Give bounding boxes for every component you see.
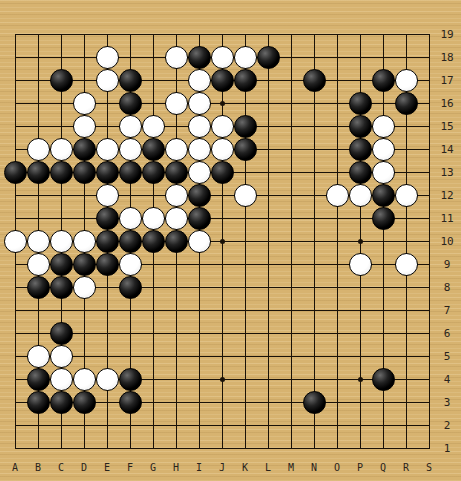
intersection-B12[interactable] (27, 184, 50, 207)
intersection-D1[interactable] (73, 437, 96, 460)
intersection-Q3[interactable] (372, 391, 395, 414)
intersection-D17[interactable] (73, 69, 96, 92)
intersection-B7[interactable] (27, 299, 50, 322)
intersection-M17[interactable] (280, 69, 303, 92)
intersection-G5[interactable] (142, 345, 165, 368)
intersection-C15[interactable] (50, 115, 73, 138)
intersection-N4[interactable] (303, 368, 326, 391)
intersection-D6[interactable] (73, 322, 96, 345)
intersection-K14[interactable] (234, 138, 257, 161)
intersection-P13[interactable] (349, 161, 372, 184)
intersection-M10[interactable] (280, 230, 303, 253)
intersection-N17[interactable] (303, 69, 326, 92)
intersection-D18[interactable] (73, 46, 96, 69)
intersection-A18[interactable] (4, 46, 27, 69)
intersection-F9[interactable] (119, 253, 142, 276)
intersection-A15[interactable] (4, 115, 27, 138)
intersection-J4[interactable] (211, 368, 234, 391)
intersection-M14[interactable] (280, 138, 303, 161)
intersection-C10[interactable] (50, 230, 73, 253)
intersection-B10[interactable] (27, 230, 50, 253)
intersection-F7[interactable] (119, 299, 142, 322)
intersection-C14[interactable] (50, 138, 73, 161)
intersection-E11[interactable] (96, 207, 119, 230)
intersection-A7[interactable] (4, 299, 27, 322)
intersection-N3[interactable] (303, 391, 326, 414)
intersection-M8[interactable] (280, 276, 303, 299)
intersection-P15[interactable] (349, 115, 372, 138)
intersection-L12[interactable] (257, 184, 280, 207)
intersection-E14[interactable] (96, 138, 119, 161)
intersection-D5[interactable] (73, 345, 96, 368)
intersection-G10[interactable] (142, 230, 165, 253)
intersection-A10[interactable] (4, 230, 27, 253)
intersection-O16[interactable] (326, 92, 349, 115)
intersection-G11[interactable] (142, 207, 165, 230)
intersection-R3[interactable] (395, 391, 418, 414)
intersection-I18[interactable] (188, 46, 211, 69)
intersection-H9[interactable] (165, 253, 188, 276)
intersection-F6[interactable] (119, 322, 142, 345)
intersection-C13[interactable] (50, 161, 73, 184)
intersection-C16[interactable] (50, 92, 73, 115)
intersection-P8[interactable] (349, 276, 372, 299)
intersection-A14[interactable] (4, 138, 27, 161)
intersection-L2[interactable] (257, 414, 280, 437)
intersection-O2[interactable] (326, 414, 349, 437)
intersection-L6[interactable] (257, 322, 280, 345)
intersection-E5[interactable] (96, 345, 119, 368)
intersection-G3[interactable] (142, 391, 165, 414)
intersection-G12[interactable] (142, 184, 165, 207)
intersection-H1[interactable] (165, 437, 188, 460)
intersection-R2[interactable] (395, 414, 418, 437)
intersection-P3[interactable] (349, 391, 372, 414)
intersection-H16[interactable] (165, 92, 188, 115)
intersection-J3[interactable] (211, 391, 234, 414)
intersection-M7[interactable] (280, 299, 303, 322)
intersection-M2[interactable] (280, 414, 303, 437)
intersection-Q14[interactable] (372, 138, 395, 161)
intersection-R1[interactable] (395, 437, 418, 460)
intersection-L1[interactable] (257, 437, 280, 460)
intersection-G17[interactable] (142, 69, 165, 92)
intersection-I11[interactable] (188, 207, 211, 230)
intersection-C12[interactable] (50, 184, 73, 207)
intersection-K12[interactable] (234, 184, 257, 207)
intersection-O13[interactable] (326, 161, 349, 184)
intersection-F5[interactable] (119, 345, 142, 368)
intersection-P18[interactable] (349, 46, 372, 69)
intersection-Q17[interactable] (372, 69, 395, 92)
intersection-Q6[interactable] (372, 322, 395, 345)
intersection-C9[interactable] (50, 253, 73, 276)
intersection-P19[interactable] (349, 23, 372, 46)
intersection-D15[interactable] (73, 115, 96, 138)
intersection-I12[interactable] (188, 184, 211, 207)
intersection-J18[interactable] (211, 46, 234, 69)
intersection-N6[interactable] (303, 322, 326, 345)
intersection-D3[interactable] (73, 391, 96, 414)
intersection-K19[interactable] (234, 23, 257, 46)
intersection-O9[interactable] (326, 253, 349, 276)
intersection-N14[interactable] (303, 138, 326, 161)
intersection-B13[interactable] (27, 161, 50, 184)
intersection-P6[interactable] (349, 322, 372, 345)
intersection-A17[interactable] (4, 69, 27, 92)
intersection-J15[interactable] (211, 115, 234, 138)
intersection-C17[interactable] (50, 69, 73, 92)
intersection-O18[interactable] (326, 46, 349, 69)
intersection-M18[interactable] (280, 46, 303, 69)
intersection-O3[interactable] (326, 391, 349, 414)
intersection-R14[interactable] (395, 138, 418, 161)
intersection-J8[interactable] (211, 276, 234, 299)
intersection-R9[interactable] (395, 253, 418, 276)
intersection-P1[interactable] (349, 437, 372, 460)
intersection-A1[interactable] (4, 437, 27, 460)
intersection-J10[interactable] (211, 230, 234, 253)
intersection-R8[interactable] (395, 276, 418, 299)
intersection-G15[interactable] (142, 115, 165, 138)
intersection-L10[interactable] (257, 230, 280, 253)
intersection-O1[interactable] (326, 437, 349, 460)
intersection-L11[interactable] (257, 207, 280, 230)
intersection-D10[interactable] (73, 230, 96, 253)
intersection-A19[interactable] (4, 23, 27, 46)
intersection-K4[interactable] (234, 368, 257, 391)
intersection-B2[interactable] (27, 414, 50, 437)
intersection-P10[interactable] (349, 230, 372, 253)
intersection-K3[interactable] (234, 391, 257, 414)
intersection-K13[interactable] (234, 161, 257, 184)
intersection-A16[interactable] (4, 92, 27, 115)
intersection-H3[interactable] (165, 391, 188, 414)
intersection-G2[interactable] (142, 414, 165, 437)
intersection-D14[interactable] (73, 138, 96, 161)
intersection-E12[interactable] (96, 184, 119, 207)
intersection-I4[interactable] (188, 368, 211, 391)
intersection-G7[interactable] (142, 299, 165, 322)
intersection-D4[interactable] (73, 368, 96, 391)
intersection-N13[interactable] (303, 161, 326, 184)
intersection-O15[interactable] (326, 115, 349, 138)
intersection-L18[interactable] (257, 46, 280, 69)
intersection-C8[interactable] (50, 276, 73, 299)
intersection-B3[interactable] (27, 391, 50, 414)
intersection-K6[interactable] (234, 322, 257, 345)
intersection-R13[interactable] (395, 161, 418, 184)
intersection-N9[interactable] (303, 253, 326, 276)
intersection-F16[interactable] (119, 92, 142, 115)
intersection-M11[interactable] (280, 207, 303, 230)
intersection-R5[interactable] (395, 345, 418, 368)
intersection-N12[interactable] (303, 184, 326, 207)
intersection-H8[interactable] (165, 276, 188, 299)
intersection-P9[interactable] (349, 253, 372, 276)
intersection-B18[interactable] (27, 46, 50, 69)
intersection-J7[interactable] (211, 299, 234, 322)
intersection-N18[interactable] (303, 46, 326, 69)
intersection-P14[interactable] (349, 138, 372, 161)
intersection-Q1[interactable] (372, 437, 395, 460)
intersection-Q12[interactable] (372, 184, 395, 207)
intersection-G9[interactable] (142, 253, 165, 276)
intersection-N2[interactable] (303, 414, 326, 437)
intersection-C11[interactable] (50, 207, 73, 230)
intersection-P12[interactable] (349, 184, 372, 207)
intersection-H13[interactable] (165, 161, 188, 184)
intersection-F11[interactable] (119, 207, 142, 230)
intersection-C7[interactable] (50, 299, 73, 322)
intersection-Q15[interactable] (372, 115, 395, 138)
intersection-F13[interactable] (119, 161, 142, 184)
intersection-R18[interactable] (395, 46, 418, 69)
intersection-N15[interactable] (303, 115, 326, 138)
intersection-O7[interactable] (326, 299, 349, 322)
intersection-F1[interactable] (119, 437, 142, 460)
intersection-N7[interactable] (303, 299, 326, 322)
intersection-N11[interactable] (303, 207, 326, 230)
intersection-C5[interactable] (50, 345, 73, 368)
intersection-K10[interactable] (234, 230, 257, 253)
intersection-A12[interactable] (4, 184, 27, 207)
intersection-M16[interactable] (280, 92, 303, 115)
intersection-D16[interactable] (73, 92, 96, 115)
intersection-Q10[interactable] (372, 230, 395, 253)
intersection-I10[interactable] (188, 230, 211, 253)
intersection-E3[interactable] (96, 391, 119, 414)
intersection-D2[interactable] (73, 414, 96, 437)
intersection-N10[interactable] (303, 230, 326, 253)
intersection-C4[interactable] (50, 368, 73, 391)
intersection-E10[interactable] (96, 230, 119, 253)
intersection-K16[interactable] (234, 92, 257, 115)
intersection-R19[interactable] (395, 23, 418, 46)
intersection-E8[interactable] (96, 276, 119, 299)
intersection-K1[interactable] (234, 437, 257, 460)
intersection-K5[interactable] (234, 345, 257, 368)
intersection-E6[interactable] (96, 322, 119, 345)
intersection-M6[interactable] (280, 322, 303, 345)
intersection-L16[interactable] (257, 92, 280, 115)
intersection-K17[interactable] (234, 69, 257, 92)
intersection-H10[interactable] (165, 230, 188, 253)
intersection-L5[interactable] (257, 345, 280, 368)
intersection-G4[interactable] (142, 368, 165, 391)
intersection-B1[interactable] (27, 437, 50, 460)
intersection-H15[interactable] (165, 115, 188, 138)
intersection-A9[interactable] (4, 253, 27, 276)
intersection-M12[interactable] (280, 184, 303, 207)
intersection-Q13[interactable] (372, 161, 395, 184)
intersection-B4[interactable] (27, 368, 50, 391)
intersection-I16[interactable] (188, 92, 211, 115)
intersection-E13[interactable] (96, 161, 119, 184)
intersection-O17[interactable] (326, 69, 349, 92)
intersection-G19[interactable] (142, 23, 165, 46)
intersection-F14[interactable] (119, 138, 142, 161)
intersection-P16[interactable] (349, 92, 372, 115)
intersection-O6[interactable] (326, 322, 349, 345)
intersection-P17[interactable] (349, 69, 372, 92)
intersection-I8[interactable] (188, 276, 211, 299)
intersection-J5[interactable] (211, 345, 234, 368)
intersection-K15[interactable] (234, 115, 257, 138)
intersection-Q19[interactable] (372, 23, 395, 46)
intersection-Q8[interactable] (372, 276, 395, 299)
intersection-O11[interactable] (326, 207, 349, 230)
intersection-R10[interactable] (395, 230, 418, 253)
intersection-D8[interactable] (73, 276, 96, 299)
intersection-F4[interactable] (119, 368, 142, 391)
intersection-M15[interactable] (280, 115, 303, 138)
intersection-L15[interactable] (257, 115, 280, 138)
intersection-E18[interactable] (96, 46, 119, 69)
intersection-O4[interactable] (326, 368, 349, 391)
intersection-D9[interactable] (73, 253, 96, 276)
intersection-L4[interactable] (257, 368, 280, 391)
intersection-O12[interactable] (326, 184, 349, 207)
intersection-O8[interactable] (326, 276, 349, 299)
intersection-F15[interactable] (119, 115, 142, 138)
intersection-R6[interactable] (395, 322, 418, 345)
intersection-J14[interactable] (211, 138, 234, 161)
intersection-J19[interactable] (211, 23, 234, 46)
intersection-B16[interactable] (27, 92, 50, 115)
intersection-P11[interactable] (349, 207, 372, 230)
intersection-J1[interactable] (211, 437, 234, 460)
intersection-O14[interactable] (326, 138, 349, 161)
intersection-J6[interactable] (211, 322, 234, 345)
intersection-H18[interactable] (165, 46, 188, 69)
intersection-M4[interactable] (280, 368, 303, 391)
intersection-O5[interactable] (326, 345, 349, 368)
intersection-B9[interactable] (27, 253, 50, 276)
intersection-I15[interactable] (188, 115, 211, 138)
intersection-L9[interactable] (257, 253, 280, 276)
intersection-O10[interactable] (326, 230, 349, 253)
intersection-I7[interactable] (188, 299, 211, 322)
intersection-M19[interactable] (280, 23, 303, 46)
intersection-G18[interactable] (142, 46, 165, 69)
intersection-R16[interactable] (395, 92, 418, 115)
intersection-Q9[interactable] (372, 253, 395, 276)
intersection-J2[interactable] (211, 414, 234, 437)
intersection-I19[interactable] (188, 23, 211, 46)
intersection-L13[interactable] (257, 161, 280, 184)
intersection-C1[interactable] (50, 437, 73, 460)
intersection-B8[interactable] (27, 276, 50, 299)
intersection-G8[interactable] (142, 276, 165, 299)
intersection-K8[interactable] (234, 276, 257, 299)
intersection-H2[interactable] (165, 414, 188, 437)
intersection-Q7[interactable] (372, 299, 395, 322)
intersection-R12[interactable] (395, 184, 418, 207)
intersection-A2[interactable] (4, 414, 27, 437)
intersection-C2[interactable] (50, 414, 73, 437)
intersection-J11[interactable] (211, 207, 234, 230)
intersection-B14[interactable] (27, 138, 50, 161)
intersection-H19[interactable] (165, 23, 188, 46)
intersection-H14[interactable] (165, 138, 188, 161)
intersection-J17[interactable] (211, 69, 234, 92)
intersection-L14[interactable] (257, 138, 280, 161)
intersection-Q16[interactable] (372, 92, 395, 115)
intersection-I14[interactable] (188, 138, 211, 161)
intersection-P7[interactable] (349, 299, 372, 322)
intersection-R15[interactable] (395, 115, 418, 138)
intersection-F17[interactable] (119, 69, 142, 92)
intersection-F12[interactable] (119, 184, 142, 207)
intersection-I3[interactable] (188, 391, 211, 414)
intersection-H17[interactable] (165, 69, 188, 92)
intersection-A8[interactable] (4, 276, 27, 299)
intersection-E2[interactable] (96, 414, 119, 437)
intersection-F3[interactable] (119, 391, 142, 414)
intersection-G16[interactable] (142, 92, 165, 115)
intersection-D7[interactable] (73, 299, 96, 322)
intersection-Q5[interactable] (372, 345, 395, 368)
intersection-L8[interactable] (257, 276, 280, 299)
intersection-E1[interactable] (96, 437, 119, 460)
intersection-Q18[interactable] (372, 46, 395, 69)
intersection-A4[interactable] (4, 368, 27, 391)
intersection-E7[interactable] (96, 299, 119, 322)
intersection-D11[interactable] (73, 207, 96, 230)
intersection-B17[interactable] (27, 69, 50, 92)
intersection-E16[interactable] (96, 92, 119, 115)
intersection-H4[interactable] (165, 368, 188, 391)
intersection-A5[interactable] (4, 345, 27, 368)
intersection-H12[interactable] (165, 184, 188, 207)
intersection-G13[interactable] (142, 161, 165, 184)
intersection-K7[interactable] (234, 299, 257, 322)
intersection-B19[interactable] (27, 23, 50, 46)
intersection-P2[interactable] (349, 414, 372, 437)
intersection-I9[interactable] (188, 253, 211, 276)
intersection-N19[interactable] (303, 23, 326, 46)
intersection-J12[interactable] (211, 184, 234, 207)
intersection-C3[interactable] (50, 391, 73, 414)
intersection-D12[interactable] (73, 184, 96, 207)
intersection-E15[interactable] (96, 115, 119, 138)
intersection-I17[interactable] (188, 69, 211, 92)
intersection-B11[interactable] (27, 207, 50, 230)
intersection-J13[interactable] (211, 161, 234, 184)
intersection-N16[interactable] (303, 92, 326, 115)
intersection-G6[interactable] (142, 322, 165, 345)
intersection-A13[interactable] (4, 161, 27, 184)
intersection-A3[interactable] (4, 391, 27, 414)
intersection-I6[interactable] (188, 322, 211, 345)
intersection-B15[interactable] (27, 115, 50, 138)
intersection-R17[interactable] (395, 69, 418, 92)
intersection-O19[interactable] (326, 23, 349, 46)
intersection-B5[interactable] (27, 345, 50, 368)
intersection-H7[interactable] (165, 299, 188, 322)
intersection-Q11[interactable] (372, 207, 395, 230)
intersection-N5[interactable] (303, 345, 326, 368)
intersection-I5[interactable] (188, 345, 211, 368)
intersection-R11[interactable] (395, 207, 418, 230)
intersection-F18[interactable] (119, 46, 142, 69)
intersection-N1[interactable] (303, 437, 326, 460)
intersection-K11[interactable] (234, 207, 257, 230)
intersection-R4[interactable] (395, 368, 418, 391)
intersection-L19[interactable] (257, 23, 280, 46)
intersection-C19[interactable] (50, 23, 73, 46)
